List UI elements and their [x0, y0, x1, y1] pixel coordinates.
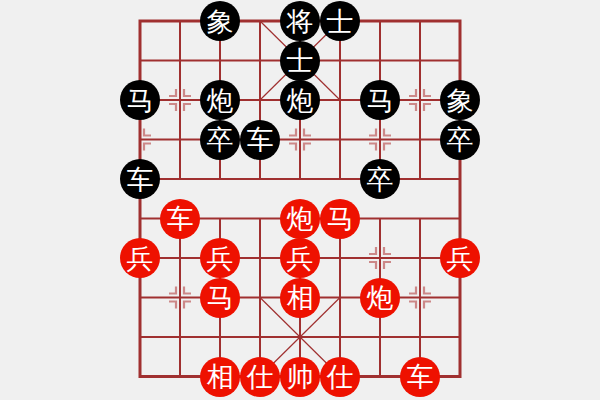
piece-red-soldier[interactable]: 兵 — [280, 238, 320, 278]
piece-red-soldier[interactable]: 兵 — [120, 238, 160, 278]
piece-red-horse[interactable]: 马 — [200, 278, 240, 318]
pieces-layer: 象将士士马炮炮马象卒车卒车卒车炮马兵兵兵兵马相炮相仕帅仕车 — [120, 1, 480, 396]
piece-black-advisor[interactable]: 士 — [320, 1, 360, 41]
piece-black-cannon[interactable]: 炮 — [200, 80, 240, 120]
piece-black-chariot[interactable]: 车 — [120, 159, 160, 199]
piece-red-cannon[interactable]: 炮 — [360, 278, 400, 318]
app-background: 象将士士马炮炮马象卒车卒车卒车炮马兵兵兵兵马相炮相仕帅仕车 — [0, 0, 600, 400]
piece-red-horse[interactable]: 马 — [320, 199, 360, 239]
piece-red-chariot[interactable]: 车 — [160, 199, 200, 239]
piece-red-soldier[interactable]: 兵 — [440, 238, 480, 278]
piece-red-general[interactable]: 帅 — [280, 357, 320, 397]
piece-red-elephant[interactable]: 相 — [280, 278, 320, 318]
piece-red-cannon[interactable]: 炮 — [280, 199, 320, 239]
piece-red-advisor[interactable]: 仕 — [240, 357, 280, 397]
piece-black-soldier[interactable]: 卒 — [360, 159, 400, 199]
piece-black-elephant[interactable]: 象 — [440, 80, 480, 120]
piece-black-cannon[interactable]: 炮 — [280, 80, 320, 120]
piece-black-horse[interactable]: 马 — [120, 80, 160, 120]
piece-black-soldier[interactable]: 卒 — [200, 120, 240, 160]
piece-red-soldier[interactable]: 兵 — [200, 238, 240, 278]
piece-red-elephant[interactable]: 相 — [200, 357, 240, 397]
piece-black-elephant[interactable]: 象 — [200, 1, 240, 41]
piece-black-horse[interactable]: 马 — [360, 80, 400, 120]
piece-black-general[interactable]: 将 — [280, 1, 320, 41]
piece-red-chariot[interactable]: 车 — [400, 357, 440, 397]
piece-black-advisor[interactable]: 士 — [280, 41, 320, 81]
piece-black-chariot[interactable]: 车 — [240, 120, 280, 160]
piece-black-soldier[interactable]: 卒 — [440, 120, 480, 160]
piece-red-advisor[interactable]: 仕 — [320, 357, 360, 397]
